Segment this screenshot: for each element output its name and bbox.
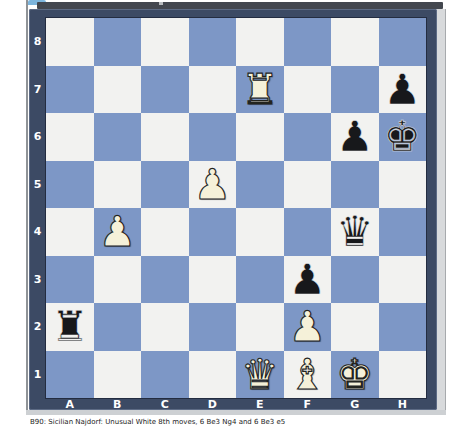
square-g2[interactable]	[331, 303, 379, 351]
caption-text: B90: Sicilian Najdorf: Unusual White 8th…	[30, 418, 285, 426]
screenshot-root: 87654321 ABCDEFGH ♜♟♟♚♟♟♛♟♜♟♛♝♚ B90: Sic…	[0, 0, 450, 430]
black-king-h6: ♚	[379, 113, 427, 161]
square-c6[interactable]	[141, 113, 189, 161]
square-e8[interactable]	[236, 18, 284, 66]
square-f8[interactable]	[284, 18, 332, 66]
square-f7[interactable]	[284, 66, 332, 114]
square-a3[interactable]	[46, 256, 94, 304]
square-g5[interactable]	[331, 161, 379, 209]
white-pawn-d5: ♟	[189, 161, 237, 209]
square-d2[interactable]	[189, 303, 237, 351]
square-g7[interactable]	[331, 66, 379, 114]
square-d3[interactable]	[189, 256, 237, 304]
file-label-D: D	[189, 398, 237, 410]
square-b4[interactable]: ♟	[94, 208, 142, 256]
square-g6[interactable]: ♟	[331, 113, 379, 161]
black-pawn-g6: ♟	[331, 113, 379, 161]
file-label-E: E	[236, 398, 284, 410]
square-g3[interactable]	[331, 256, 379, 304]
white-rook-e7: ♜	[236, 66, 284, 114]
square-b3[interactable]	[94, 256, 142, 304]
square-b5[interactable]	[94, 161, 142, 209]
caption-bar: B90: Sicilian Najdorf: Unusual White 8th…	[0, 415, 450, 430]
rank-label-5: 5	[29, 161, 46, 209]
white-queen-e1: ♛	[236, 351, 284, 399]
square-b8[interactable]	[94, 18, 142, 66]
rank-label-6: 6	[29, 113, 46, 161]
black-rook-a2: ♜	[46, 303, 94, 351]
square-h2[interactable]	[379, 303, 427, 351]
file-label-B: B	[94, 398, 142, 410]
square-d1[interactable]	[189, 351, 237, 399]
square-c4[interactable]	[141, 208, 189, 256]
square-f5[interactable]	[284, 161, 332, 209]
white-bishop-f1: ♝	[284, 351, 332, 399]
file-label-A: A	[46, 398, 94, 410]
square-d8[interactable]	[189, 18, 237, 66]
board-frame: 87654321 ABCDEFGH ♜♟♟♚♟♟♛♟♜♟♛♝♚	[29, 9, 437, 410]
square-c1[interactable]	[141, 351, 189, 399]
square-c8[interactable]	[141, 18, 189, 66]
square-c5[interactable]	[141, 161, 189, 209]
rank-label-2: 2	[29, 303, 46, 351]
square-d6[interactable]	[189, 113, 237, 161]
square-a6[interactable]	[46, 113, 94, 161]
square-e6[interactable]	[236, 113, 284, 161]
toolbar-artifact	[159, 2, 163, 5]
square-h7[interactable]: ♟	[379, 66, 427, 114]
white-pawn-b4: ♟	[94, 208, 142, 256]
square-d4[interactable]	[189, 208, 237, 256]
chess-board[interactable]: ♜♟♟♚♟♟♛♟♜♟♛♝♚	[46, 18, 426, 398]
square-e3[interactable]	[236, 256, 284, 304]
square-e7[interactable]: ♜	[236, 66, 284, 114]
white-king-g1: ♚	[331, 351, 379, 399]
square-h3[interactable]	[379, 256, 427, 304]
file-label-G: G	[331, 398, 379, 410]
square-a7[interactable]	[46, 66, 94, 114]
square-a8[interactable]	[46, 18, 94, 66]
square-f1[interactable]: ♝	[284, 351, 332, 399]
square-b6[interactable]	[94, 113, 142, 161]
square-c7[interactable]	[141, 66, 189, 114]
black-queen-g4: ♛	[331, 208, 379, 256]
square-a2[interactable]: ♜	[46, 303, 94, 351]
window-right-edge[interactable]	[437, 9, 446, 415]
square-g1[interactable]: ♚	[331, 351, 379, 399]
rank-label-4: 4	[29, 208, 46, 256]
square-a4[interactable]	[46, 208, 94, 256]
square-b1[interactable]	[94, 351, 142, 399]
window-left-edge	[26, 0, 28, 415]
square-h8[interactable]	[379, 18, 427, 66]
rank-label-7: 7	[29, 66, 46, 114]
square-b2[interactable]	[94, 303, 142, 351]
square-c3[interactable]	[141, 256, 189, 304]
square-f2[interactable]: ♟	[284, 303, 332, 351]
file-label-C: C	[141, 398, 189, 410]
square-a5[interactable]	[46, 161, 94, 209]
file-label-H: H	[379, 398, 427, 410]
square-a1[interactable]	[46, 351, 94, 399]
square-e1[interactable]: ♛	[236, 351, 284, 399]
square-g8[interactable]	[331, 18, 379, 66]
square-f4[interactable]	[284, 208, 332, 256]
square-h4[interactable]	[379, 208, 427, 256]
black-pawn-f3: ♟	[284, 256, 332, 304]
white-pawn-f2: ♟	[284, 303, 332, 351]
square-e2[interactable]	[236, 303, 284, 351]
square-d7[interactable]	[189, 66, 237, 114]
square-d5[interactable]: ♟	[189, 161, 237, 209]
square-e4[interactable]	[236, 208, 284, 256]
rank-label-8: 8	[29, 18, 46, 66]
rank-label-1: 1	[29, 351, 46, 399]
square-h1[interactable]	[379, 351, 427, 399]
square-f6[interactable]	[284, 113, 332, 161]
square-e5[interactable]	[236, 161, 284, 209]
rank-label-3: 3	[29, 256, 46, 304]
file-label-F: F	[284, 398, 332, 410]
square-b7[interactable]	[94, 66, 142, 114]
square-c2[interactable]	[141, 303, 189, 351]
square-h5[interactable]	[379, 161, 427, 209]
black-pawn-h7: ♟	[379, 66, 427, 114]
square-g4[interactable]: ♛	[331, 208, 379, 256]
toolbar-strip	[37, 2, 443, 9]
square-f3[interactable]: ♟	[284, 256, 332, 304]
square-h6[interactable]: ♚	[379, 113, 427, 161]
